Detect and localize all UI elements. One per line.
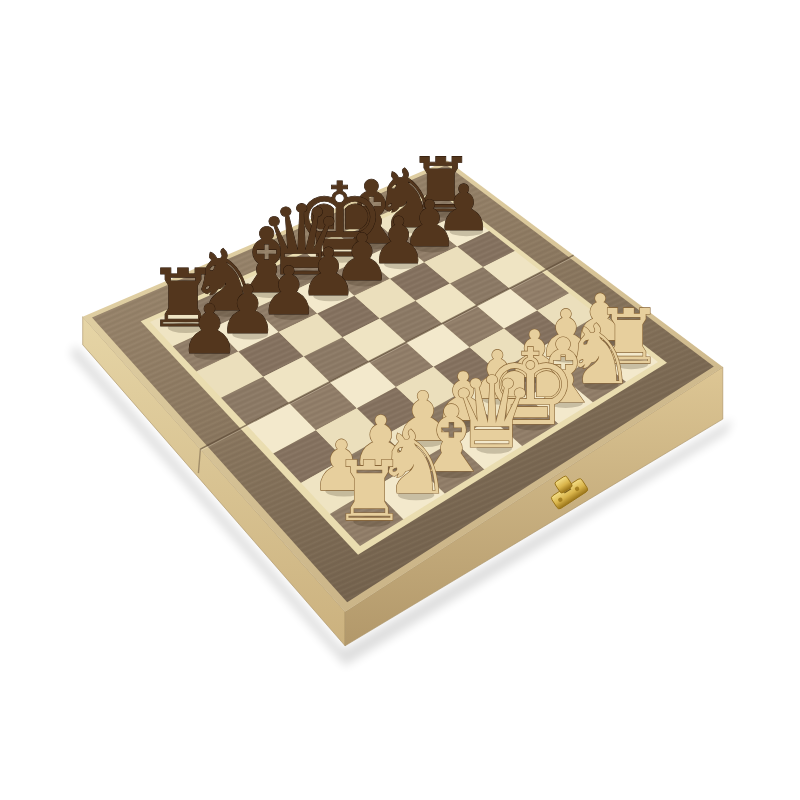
piece-black-pawn-a7[interactable]: ♟ bbox=[179, 290, 240, 369]
chess-set-photo: ♜♞♟♝♟♚♟♛♟♝♟♞♟♜♟♟♟♟♜♟♞♟♝♟♚♟♛♟♝♟♞♜ bbox=[0, 0, 800, 800]
chess-board-scene: ♜♞♟♝♟♚♟♛♟♝♟♞♟♜♟♟♟♟♜♟♞♟♝♟♚♟♛♟♝♟♞♜ bbox=[0, 0, 800, 800]
piece-white-rook-a1[interactable]: ♜ bbox=[333, 444, 407, 539]
